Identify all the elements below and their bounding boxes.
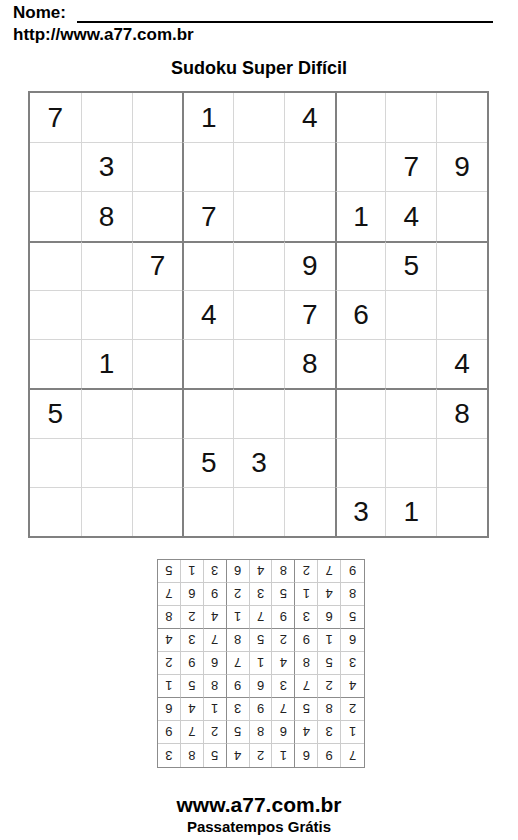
cell-r5c8: 9	[181, 652, 204, 675]
cell-r7c3	[132, 388, 183, 437]
cell-r1c9	[436, 93, 487, 142]
cell-r2c1	[30, 142, 81, 191]
cell-r9c2	[81, 487, 132, 536]
cell-r8c8	[385, 438, 436, 487]
cell-r7c9: 8	[436, 388, 487, 437]
cell-r9c4	[182, 487, 233, 536]
cell-r9c7: 3	[335, 487, 386, 536]
cell-r2c6	[284, 142, 335, 191]
cell-r6c1	[30, 339, 81, 388]
cell-r4c8: 5	[181, 675, 204, 698]
cell-r1c8: 8	[181, 744, 204, 767]
page-title: Sudoku Super Difícil	[0, 58, 518, 79]
cell-r6c6: 8	[284, 339, 335, 388]
cell-r1c7: 5	[204, 744, 227, 767]
cell-r5c4: 4	[272, 652, 295, 675]
cell-r6c5: 5	[250, 629, 273, 652]
cell-r6c5	[233, 339, 284, 388]
cell-r3c3: 5	[295, 698, 318, 721]
cell-r6c2: 1	[318, 629, 341, 652]
name-write-line	[77, 6, 493, 23]
cell-r2c3	[132, 142, 183, 191]
cell-r6c2: 1	[81, 339, 132, 388]
cell-r1c5	[233, 93, 284, 142]
cell-r6c7	[335, 339, 386, 388]
cell-r1c1: 7	[341, 744, 364, 767]
cell-r4c5: 6	[250, 675, 273, 698]
cell-r8c1: 8	[341, 583, 364, 606]
cell-r8c9: 7	[158, 583, 181, 606]
cell-r2c7: 2	[204, 721, 227, 744]
cell-r2c3: 4	[295, 721, 318, 744]
cell-r8c6	[284, 438, 335, 487]
cell-r7c7: 4	[204, 606, 227, 629]
cell-r7c1: 5	[30, 388, 81, 437]
cell-r9c6: 6	[227, 560, 250, 583]
cell-r5c9	[436, 290, 487, 339]
cell-r2c7	[335, 142, 386, 191]
cell-r9c4: 8	[272, 560, 295, 583]
cell-r8c5: 3	[233, 438, 284, 487]
cell-r5c3: 8	[295, 652, 318, 675]
cell-r5c8	[385, 290, 436, 339]
sudoku-puzzle-grid: 7143798714795476184585331	[28, 91, 489, 538]
cell-r9c5	[233, 487, 284, 536]
cell-r5c7: 6	[204, 652, 227, 675]
cell-r1c4: 1	[272, 744, 295, 767]
cell-r9c5: 4	[250, 560, 273, 583]
cell-r6c1: 6	[341, 629, 364, 652]
footer-site-text: www.a77.com.br	[0, 793, 518, 817]
cell-r4c4	[182, 241, 233, 290]
cell-r7c8: 2	[181, 606, 204, 629]
cell-r6c8: 3	[181, 629, 204, 652]
cell-r4c6: 9	[284, 241, 335, 290]
cell-r3c5: 9	[250, 698, 273, 721]
cell-r3c6: 3	[227, 698, 250, 721]
cell-r5c2: 5	[318, 652, 341, 675]
cell-r9c8: 1	[385, 487, 436, 536]
cell-r7c5: 7	[250, 606, 273, 629]
cell-r2c5	[233, 142, 284, 191]
cell-r5c5	[233, 290, 284, 339]
cell-r5c6: 7	[284, 290, 335, 339]
cell-r3c1	[30, 191, 81, 240]
cell-r7c6: 1	[227, 606, 250, 629]
cell-r4c9: 1	[158, 675, 181, 698]
cell-r8c3: 1	[295, 583, 318, 606]
cell-r2c5: 8	[250, 721, 273, 744]
cell-r5c3	[132, 290, 183, 339]
cell-r2c8: 7	[181, 721, 204, 744]
cell-r9c2: 7	[318, 560, 341, 583]
cell-r1c1: 7	[30, 93, 81, 142]
cell-r3c2: 8	[318, 698, 341, 721]
cell-r8c3	[132, 438, 183, 487]
cell-r5c6: 7	[227, 652, 250, 675]
cell-r7c5	[233, 388, 284, 437]
cell-r3c1: 2	[341, 698, 364, 721]
cell-r9c8: 1	[181, 560, 204, 583]
cell-r6c4: 2	[272, 629, 295, 652]
cell-r9c7: 3	[204, 560, 227, 583]
cell-r7c9: 8	[158, 606, 181, 629]
cell-r3c5	[233, 191, 284, 240]
cell-r2c2: 3	[81, 142, 132, 191]
cell-r6c8	[385, 339, 436, 388]
cell-r1c5: 2	[250, 744, 273, 767]
cell-r8c1	[30, 438, 81, 487]
cell-r1c6: 4	[284, 93, 335, 142]
cell-r7c4	[182, 388, 233, 437]
cell-r9c1: 9	[341, 560, 364, 583]
cell-r4c9	[436, 241, 487, 290]
cell-r3c9	[436, 191, 487, 240]
cell-r2c1: 1	[341, 721, 364, 744]
cell-r3c6	[284, 191, 335, 240]
cell-r4c7: 8	[204, 675, 227, 698]
cell-r4c2	[81, 241, 132, 290]
cell-r2c4: 6	[272, 721, 295, 744]
cell-r8c2: 4	[318, 583, 341, 606]
cell-r6c9: 4	[158, 629, 181, 652]
cell-r9c6	[284, 487, 335, 536]
cell-r9c3	[132, 487, 183, 536]
cell-r3c4: 7	[272, 698, 295, 721]
cell-r8c4: 5	[182, 438, 233, 487]
cell-r2c8: 7	[385, 142, 436, 191]
sudoku-worksheet-page: Nome: http://www.a77.com.br Sudoku Super…	[0, 0, 518, 840]
cell-r3c8: 4	[385, 191, 436, 240]
cell-r1c3: 6	[295, 744, 318, 767]
cell-r2c9: 9	[436, 142, 487, 191]
cell-r3c2: 8	[81, 191, 132, 240]
cell-r4c5	[233, 241, 284, 290]
cell-r7c4: 9	[272, 606, 295, 629]
cell-r2c9: 9	[158, 721, 181, 744]
cell-r8c7	[335, 438, 386, 487]
cell-r5c4: 4	[182, 290, 233, 339]
cell-r8c9	[436, 438, 487, 487]
cell-r4c4: 3	[272, 675, 295, 698]
cell-r5c7: 6	[335, 290, 386, 339]
cell-r1c6: 4	[227, 744, 250, 767]
cell-r3c3	[132, 191, 183, 240]
cell-r1c2: 9	[318, 744, 341, 767]
cell-r1c2	[81, 93, 132, 142]
cell-r7c2	[81, 388, 132, 437]
cell-r9c3: 2	[295, 560, 318, 583]
site-url-text: http://www.a77.com.br	[13, 25, 194, 45]
cell-r3c7: 1	[204, 698, 227, 721]
cell-r8c5: 3	[250, 583, 273, 606]
cell-r1c9: 3	[158, 744, 181, 767]
cell-r3c4: 7	[182, 191, 233, 240]
cell-r9c9	[436, 487, 487, 536]
name-label: Nome:	[13, 3, 66, 23]
cell-r7c2: 6	[318, 606, 341, 629]
cell-r7c8	[385, 388, 436, 437]
cell-r4c1	[30, 241, 81, 290]
cell-r5c5: 1	[250, 652, 273, 675]
cell-r7c3: 3	[295, 606, 318, 629]
cell-r8c4: 5	[272, 583, 295, 606]
cell-r1c7	[335, 93, 386, 142]
cell-r3c7: 1	[335, 191, 386, 240]
cell-r6c7: 7	[204, 629, 227, 652]
cell-r6c9: 4	[436, 339, 487, 388]
cell-r8c6: 2	[227, 583, 250, 606]
cell-r4c7	[335, 241, 386, 290]
cell-r8c8: 6	[181, 583, 204, 606]
cell-r5c9: 2	[158, 652, 181, 675]
cell-r2c4	[182, 142, 233, 191]
cell-r4c3: 7	[132, 241, 183, 290]
cell-r9c1	[30, 487, 81, 536]
cell-r6c3	[132, 339, 183, 388]
cell-r7c1: 5	[341, 606, 364, 629]
cell-r2c6: 5	[227, 721, 250, 744]
cell-r3c9: 6	[158, 698, 181, 721]
cell-r4c6: 9	[227, 675, 250, 698]
cell-r4c1: 4	[341, 675, 364, 698]
cell-r5c1: 3	[341, 652, 364, 675]
cell-r8c7: 9	[204, 583, 227, 606]
cell-r1c8	[385, 93, 436, 142]
cell-r7c6	[284, 388, 335, 437]
cell-r6c6: 8	[227, 629, 250, 652]
footer-tagline: Passatempos Grátis	[0, 818, 518, 835]
cell-r6c4	[182, 339, 233, 388]
cell-r5c1	[30, 290, 81, 339]
cell-r4c2: 2	[318, 675, 341, 698]
cell-r1c4: 1	[182, 93, 233, 142]
sudoku-solution-grid-rotated: 7961245831346852792857931464273698513584…	[157, 559, 365, 768]
cell-r5c2	[81, 290, 132, 339]
cell-r2c2: 3	[318, 721, 341, 744]
cell-r4c3: 7	[295, 675, 318, 698]
cell-r1c3	[132, 93, 183, 142]
cell-r3c8: 4	[181, 698, 204, 721]
cell-r9c9: 5	[158, 560, 181, 583]
cell-r8c2	[81, 438, 132, 487]
cell-r4c8: 5	[385, 241, 436, 290]
cell-r6c3: 9	[295, 629, 318, 652]
cell-r7c7	[335, 388, 386, 437]
